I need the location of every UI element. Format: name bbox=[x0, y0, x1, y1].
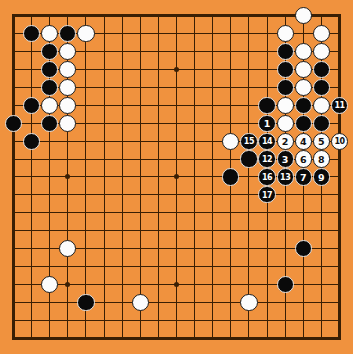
go-board[interactable]: 1111514245101236816137917 bbox=[0, 0, 353, 354]
stone-white: 6 bbox=[295, 150, 312, 167]
stone-black bbox=[277, 43, 294, 60]
stone-black bbox=[240, 150, 257, 167]
stone-black: 17 bbox=[258, 186, 275, 203]
stone-white bbox=[313, 25, 330, 42]
stone-black bbox=[313, 115, 330, 132]
stone-white: 4 bbox=[295, 133, 312, 150]
move-number: 12 bbox=[262, 156, 272, 164]
move-number: 3 bbox=[282, 155, 289, 165]
stone-white bbox=[277, 115, 294, 132]
stone-black bbox=[277, 276, 294, 293]
star-point bbox=[174, 282, 179, 287]
stone-black: 12 bbox=[258, 150, 275, 167]
grid-line-horizontal bbox=[14, 320, 340, 321]
stone-white bbox=[313, 97, 330, 114]
move-number: 10 bbox=[334, 138, 344, 146]
stone-white bbox=[222, 133, 239, 150]
go-kifu-screenshot: 1111514245101236816137917 bbox=[0, 0, 353, 354]
move-number: 14 bbox=[262, 138, 272, 146]
star-point bbox=[174, 67, 179, 72]
stone-black bbox=[222, 168, 239, 185]
stone-black bbox=[77, 294, 94, 311]
stone-black: 1 bbox=[258, 115, 275, 132]
move-number: 7 bbox=[300, 173, 307, 183]
stone-black bbox=[41, 115, 58, 132]
stone-black: 15 bbox=[240, 133, 257, 150]
stone-black bbox=[258, 97, 275, 114]
stone-black bbox=[23, 97, 40, 114]
stone-white bbox=[313, 43, 330, 60]
move-number: 15 bbox=[244, 138, 254, 146]
stone-black: 11 bbox=[331, 97, 348, 114]
grid-line-vertical bbox=[248, 16, 249, 339]
grid-line-horizontal bbox=[14, 230, 340, 231]
stone-white bbox=[295, 79, 312, 96]
move-number: 8 bbox=[318, 155, 325, 165]
stone-black bbox=[295, 240, 312, 257]
stone-white bbox=[277, 97, 294, 114]
stone-white bbox=[77, 25, 94, 42]
move-number: 9 bbox=[318, 173, 325, 183]
move-number: 5 bbox=[318, 137, 325, 147]
stone-black bbox=[23, 133, 40, 150]
stone-black bbox=[295, 97, 312, 114]
stone-white: 5 bbox=[313, 133, 330, 150]
stone-white: 10 bbox=[331, 133, 348, 150]
move-number: 1 bbox=[264, 119, 271, 129]
move-number: 17 bbox=[262, 191, 272, 199]
stone-black: 13 bbox=[277, 168, 294, 185]
stone-white: 2 bbox=[277, 133, 294, 150]
stone-white bbox=[295, 61, 312, 78]
stone-black: 9 bbox=[313, 168, 330, 185]
stone-white bbox=[277, 25, 294, 42]
grid-line-horizontal bbox=[14, 212, 340, 213]
stone-white bbox=[295, 43, 312, 60]
move-number: 11 bbox=[334, 102, 344, 110]
stone-black: 3 bbox=[277, 150, 294, 167]
stone-white: 8 bbox=[313, 150, 330, 167]
grid-line-horizontal bbox=[14, 302, 340, 303]
stone-black: 7 bbox=[295, 168, 312, 185]
stone-black bbox=[277, 79, 294, 96]
stone-black bbox=[5, 115, 22, 132]
stone-black bbox=[313, 61, 330, 78]
grid-line-vertical bbox=[194, 16, 195, 339]
stone-white bbox=[295, 7, 312, 24]
stone-white bbox=[240, 294, 257, 311]
grid-line-horizontal bbox=[14, 194, 340, 195]
stone-black bbox=[313, 79, 330, 96]
move-number: 2 bbox=[282, 137, 289, 147]
stone-black: 14 bbox=[258, 133, 275, 150]
stone-black bbox=[277, 61, 294, 78]
grid-line-horizontal bbox=[14, 266, 340, 267]
stone-black bbox=[295, 115, 312, 132]
stone-black: 16 bbox=[258, 168, 275, 185]
stone-white bbox=[132, 294, 149, 311]
move-number: 4 bbox=[300, 137, 307, 147]
move-number: 13 bbox=[280, 173, 290, 181]
grid-line-vertical bbox=[212, 16, 213, 339]
move-number: 16 bbox=[262, 173, 272, 181]
move-number: 6 bbox=[300, 155, 307, 165]
